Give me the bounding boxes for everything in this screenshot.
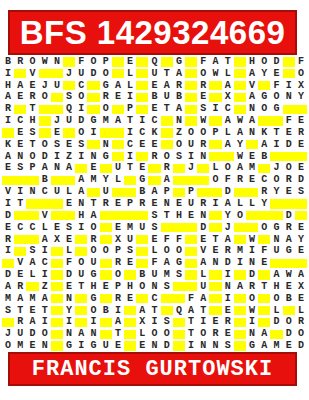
grid-cell — [246, 186, 258, 198]
grid-cell: Y — [258, 68, 270, 80]
grid-cell: I — [87, 316, 99, 328]
grid-cell: N — [51, 163, 63, 175]
grid-cell: V — [246, 80, 258, 92]
grid-cell: A — [209, 56, 221, 68]
blocked-cell-highlight — [185, 282, 197, 291]
grid-cell: E — [209, 316, 221, 328]
grid-cell: D — [161, 340, 173, 352]
blocked-cell-highlight — [100, 330, 112, 339]
grid-cell: X — [51, 234, 63, 246]
grid-cell — [295, 151, 307, 163]
blocked-cell-highlight — [112, 152, 124, 161]
grid-cell: I — [124, 127, 136, 139]
grid-cell — [161, 222, 173, 234]
grid-cell: O — [75, 257, 87, 269]
grid-cell — [63, 80, 75, 92]
grid-cell: P — [26, 163, 38, 175]
grid-cell: O — [26, 56, 38, 68]
grid-cell: H — [26, 115, 38, 127]
grid-cell: I — [63, 316, 75, 328]
grid-cell: E — [2, 163, 14, 175]
grid-cell: K — [2, 139, 14, 151]
grid-cell — [173, 222, 185, 234]
grid-cell: B — [136, 269, 148, 281]
grid-cell: M — [87, 174, 99, 186]
grid-cell: M — [161, 269, 173, 281]
grid-cell: A — [258, 328, 270, 340]
grid-cell: A — [234, 127, 246, 139]
grid-cell: E — [136, 139, 148, 151]
grid-cell: A — [112, 80, 124, 92]
grid-cell: L — [39, 222, 51, 234]
blocked-cell-highlight — [185, 105, 197, 114]
grid-cell: L — [246, 198, 258, 210]
grid-cell — [161, 139, 173, 151]
grid-cell: Q — [148, 56, 160, 68]
blocked-cell-highlight — [124, 188, 136, 197]
blocked-cell-highlight — [51, 282, 63, 291]
grid-cell — [39, 103, 51, 115]
grid-cell: R — [222, 316, 234, 328]
blocked-cell-highlight — [100, 270, 112, 279]
grid-cell: A — [222, 115, 234, 127]
grid-cell: E — [63, 234, 75, 246]
grid-cell: C — [39, 257, 51, 269]
grid-cell: D — [222, 186, 234, 198]
blocked-cell-highlight — [185, 93, 197, 102]
grid-cell — [209, 186, 221, 198]
grid-cell: N — [87, 151, 99, 163]
blocked-cell-highlight — [51, 176, 63, 185]
grid-cell: A — [197, 293, 209, 305]
grid-cell: I — [112, 305, 124, 317]
grid-cell: F — [283, 115, 295, 127]
grid-cell: T — [39, 305, 51, 317]
blocked-cell-highlight — [283, 69, 295, 78]
blocked-cell-highlight — [2, 128, 14, 137]
grid-cell: O — [258, 56, 270, 68]
grid-cell — [124, 186, 136, 198]
grid-cell: O — [283, 316, 295, 328]
grid-cell — [26, 210, 38, 222]
grid-cell: Y — [100, 174, 112, 186]
grid-cell: G — [270, 222, 282, 234]
grid-cell — [197, 163, 209, 175]
grid-cell — [63, 56, 75, 68]
grid-cell: J — [39, 80, 51, 92]
grid-cell: R — [295, 316, 307, 328]
grid-cell: R — [100, 92, 112, 104]
blocked-cell-highlight — [222, 152, 234, 161]
grid-cell: B — [39, 174, 51, 186]
blocked-cell-highlight — [185, 116, 197, 125]
grid-cell — [51, 103, 63, 115]
grid-cell: O — [270, 92, 282, 104]
grid-cell: O — [39, 92, 51, 104]
grid-cell: G — [283, 245, 295, 257]
grid-cell: I — [209, 198, 221, 210]
blocked-cell-highlight — [258, 211, 270, 220]
grid-cell — [283, 198, 295, 210]
grid-cell: L — [295, 305, 307, 317]
grid-cell: R — [148, 151, 160, 163]
grid-cell: E — [26, 80, 38, 92]
blocked-cell-highlight — [295, 199, 307, 208]
grid-cell: E — [124, 56, 136, 68]
grid-cell — [148, 163, 160, 175]
grid-cell: W — [234, 151, 246, 163]
grid-cell — [185, 56, 197, 68]
grid-cell: E — [14, 92, 26, 104]
blocked-cell-highlight — [136, 247, 148, 256]
grid-cell: E — [209, 245, 221, 257]
grid-cell — [161, 127, 173, 139]
grid-cell — [258, 305, 270, 317]
grid-cell: D — [26, 328, 38, 340]
blocked-cell-highlight — [258, 270, 270, 279]
grid-cell: W — [39, 56, 51, 68]
grid-cell: I — [75, 340, 87, 352]
grid-cell — [234, 56, 246, 68]
blocked-cell-highlight — [136, 69, 148, 78]
grid-cell — [124, 316, 136, 328]
grid-cell: D — [295, 340, 307, 352]
blocked-cell-highlight — [234, 57, 246, 66]
grid-cell: O — [258, 222, 270, 234]
grid-cell: E — [26, 340, 38, 352]
blocked-cell-highlight — [14, 69, 26, 78]
grid-cell: L — [270, 305, 282, 317]
grid-cell: D — [283, 139, 295, 151]
grid-cell: A — [185, 305, 197, 317]
grid-cell: V — [39, 210, 51, 222]
grid-cell: Q — [63, 103, 75, 115]
blocked-cell-highlight — [26, 199, 38, 208]
grid-cell: A — [63, 163, 75, 175]
grid-cell: F — [75, 56, 87, 68]
grid-cell: M — [26, 293, 38, 305]
grid-cell: E — [112, 92, 124, 104]
grid-cell: T — [124, 115, 136, 127]
blocked-cell-highlight — [51, 105, 63, 114]
blocked-cell-highlight — [283, 199, 295, 208]
grid-cell — [124, 328, 136, 340]
grid-cell: E — [100, 281, 112, 293]
blocked-cell-highlight — [258, 81, 270, 90]
grid-cell — [185, 281, 197, 293]
grid-cell: C — [148, 115, 160, 127]
blocked-cell-highlight — [63, 81, 75, 90]
grid-cell: N — [148, 340, 160, 352]
blocked-cell-highlight — [51, 69, 63, 78]
grid-cell: A — [258, 340, 270, 352]
blocked-cell-highlight — [173, 318, 185, 327]
grid-cell: E — [295, 293, 307, 305]
grid-cell: N — [14, 151, 26, 163]
grid-cell — [234, 305, 246, 317]
grid-cell — [161, 305, 173, 317]
grid-cell: A — [112, 115, 124, 127]
blocked-cell-highlight — [51, 306, 63, 315]
blocked-cell-highlight — [26, 282, 38, 291]
grid-cell: D — [63, 269, 75, 281]
grid-cell: D — [283, 328, 295, 340]
grid-cell: T — [161, 103, 173, 115]
grid-cell: D — [75, 115, 87, 127]
grid-cell: L — [26, 269, 38, 281]
blocked-cell-highlight — [87, 140, 99, 149]
grid-cell — [270, 198, 282, 210]
grid-cell: A — [246, 92, 258, 104]
grid-cell — [51, 328, 63, 340]
blocked-cell-highlight — [75, 235, 87, 244]
grid-cell: C — [136, 127, 148, 139]
blocked-cell-highlight — [209, 152, 221, 161]
grid-cell: R — [14, 281, 26, 293]
grid-cell: R — [161, 163, 173, 175]
grid-cell — [26, 174, 38, 186]
grid-cell: X — [295, 281, 307, 293]
blocked-cell-highlight — [234, 93, 246, 102]
grid-cell: I — [234, 257, 246, 269]
grid-cell: G — [87, 115, 99, 127]
grid-cell: E — [283, 186, 295, 198]
grid-cell: O — [234, 210, 246, 222]
grid-cell: E — [283, 127, 295, 139]
grid-cell: F — [173, 234, 185, 246]
grid-cell: I — [51, 151, 63, 163]
grid-cell: L — [234, 198, 246, 210]
grid-cell: O — [39, 328, 51, 340]
grid-cell: H — [246, 56, 258, 68]
grid-cell: L — [148, 245, 160, 257]
grid-cell: E — [197, 92, 209, 104]
grid-cell: V — [14, 257, 26, 269]
grid-cell: L — [124, 68, 136, 80]
grid-cell: U — [51, 186, 63, 198]
grid-cell — [51, 281, 63, 293]
grid-cell: T — [14, 198, 26, 210]
grid-cell: P — [124, 198, 136, 210]
grid-cell: F — [197, 56, 209, 68]
grid-cell: D — [295, 174, 307, 186]
grid-cell: U — [270, 245, 282, 257]
grid-cell: X — [222, 92, 234, 104]
blocked-cell-highlight — [136, 93, 148, 102]
grid-cell: V — [197, 245, 209, 257]
grid-cell: Y — [63, 305, 75, 317]
grid-cell: L — [136, 328, 148, 340]
grid-cell — [136, 56, 148, 68]
grid-cell: R — [283, 174, 295, 186]
blocked-cell-highlight — [51, 318, 63, 327]
grid-cell: E — [63, 281, 75, 293]
blocked-cell-highlight — [173, 294, 185, 303]
blocked-cell-highlight — [246, 223, 258, 232]
grid-cell: U — [112, 163, 124, 175]
grid-cell — [197, 186, 209, 198]
grid-cell — [209, 269, 221, 281]
blocked-cell-highlight — [270, 116, 282, 125]
grid-cell: T — [185, 328, 197, 340]
grid-cell: A — [112, 316, 124, 328]
grid-cell: S — [26, 127, 38, 139]
grid-cell: O — [87, 56, 99, 68]
blocked-cell-highlight — [258, 306, 270, 315]
grid-cell: T — [270, 127, 282, 139]
grid-cell: A — [39, 163, 51, 175]
grid-cell: A — [295, 269, 307, 281]
grid-cell: N — [100, 139, 112, 151]
grid-cell — [295, 103, 307, 115]
blocked-cell-highlight — [209, 294, 221, 303]
grid-cell: T — [209, 234, 221, 246]
blocked-cell-highlight — [258, 164, 270, 173]
grid-cell: E — [2, 222, 14, 234]
blocked-cell-highlight — [63, 176, 75, 185]
grid-cell: D — [222, 257, 234, 269]
grid-cell: E — [173, 198, 185, 210]
grid-cell: O — [161, 151, 173, 163]
grid-cell: S — [75, 139, 87, 151]
grid-cell: E — [63, 198, 75, 210]
grid-cell — [112, 127, 124, 139]
blocked-cell-highlight — [197, 188, 209, 197]
blocked-cell-highlight — [173, 176, 185, 185]
grid-cell: X — [112, 234, 124, 246]
grid-cell — [51, 210, 63, 222]
grid-cell — [112, 56, 124, 68]
blocked-cell-highlight — [136, 81, 148, 90]
grid-cell: O — [87, 222, 99, 234]
blocked-cell-highlight — [234, 105, 246, 114]
grid-cell — [100, 222, 112, 234]
grid-cell: A — [75, 328, 87, 340]
grid-cell: A — [173, 103, 185, 115]
grid-cell: E — [51, 222, 63, 234]
grid-cell: Z — [63, 151, 75, 163]
blocked-cell-highlight — [234, 341, 246, 350]
blocked-cell-highlight — [173, 188, 185, 197]
grid-cell: B — [258, 151, 270, 163]
grid-cell: R — [2, 103, 14, 115]
blocked-cell-highlight — [295, 105, 307, 114]
grid-cell — [51, 269, 63, 281]
grid-cell: I — [185, 340, 197, 352]
grid-cell: B — [283, 293, 295, 305]
blocked-cell-highlight — [51, 330, 63, 339]
title-banner: BFS 1429324669 — [8, 10, 297, 55]
grid-cell — [209, 305, 221, 317]
grid-cell: C — [14, 222, 26, 234]
grid-cell: O — [112, 269, 124, 281]
blocked-cell-highlight — [39, 199, 51, 208]
grid-cell: F — [295, 56, 307, 68]
blocked-cell-highlight — [2, 259, 14, 268]
grid-cell — [161, 115, 173, 127]
grid-cell — [185, 80, 197, 92]
grid-cell: I — [87, 127, 99, 139]
grid-cell: J — [51, 115, 63, 127]
blocked-cell-highlight — [112, 188, 124, 197]
grid-cell: T — [197, 305, 209, 317]
grid-cell: R — [209, 328, 221, 340]
grid-cell: F — [270, 80, 282, 92]
blocked-cell-highlight — [14, 176, 26, 185]
grid-cell: E — [124, 293, 136, 305]
blocked-cell-highlight — [173, 223, 185, 232]
grid-cell — [185, 234, 197, 246]
blocked-cell-highlight — [209, 211, 221, 220]
grid-cell: L — [197, 269, 209, 281]
blocked-cell-highlight — [100, 294, 112, 303]
grid-cell: A — [75, 174, 87, 186]
grid-cell — [14, 245, 26, 257]
grid-cell: O — [283, 163, 295, 175]
grid-cell: M — [14, 340, 26, 352]
grid-cell: N — [63, 293, 75, 305]
book-cover: BFS 1429324669 BROWNFOPEQGFATHODFIVJUDOL… — [0, 0, 309, 400]
grid-cell — [209, 139, 221, 151]
blocked-cell-highlight — [161, 128, 173, 137]
grid-cell: O — [295, 328, 307, 340]
grid-cell: N — [75, 198, 87, 210]
grid-cell: T — [148, 305, 160, 317]
grid-cell: O — [197, 127, 209, 139]
grid-cell — [136, 210, 148, 222]
grid-cell: S — [124, 245, 136, 257]
grid-cell — [112, 186, 124, 198]
grid-cell: T — [124, 163, 136, 175]
grid-cell — [234, 92, 246, 104]
grid-cell: N — [197, 340, 209, 352]
grid-cell — [209, 115, 221, 127]
grid-cell: U — [148, 68, 160, 80]
grid-cell: T — [185, 316, 197, 328]
grid-cell: O — [222, 163, 234, 175]
grid-cell: U — [63, 115, 75, 127]
grid-cell: X — [295, 80, 307, 92]
grid-cell: F — [63, 257, 75, 269]
grid-cell: A — [2, 151, 14, 163]
blocked-cell-highlight — [173, 330, 185, 339]
grid-cell: S — [14, 163, 26, 175]
grid-cell: E — [63, 139, 75, 151]
grid-cell: P — [124, 103, 136, 115]
grid-cell — [270, 328, 282, 340]
grid-cell: E — [283, 281, 295, 293]
grid-cell: B — [173, 92, 185, 104]
grid-cell — [270, 115, 282, 127]
grid-cell — [209, 151, 221, 163]
grid-cell: O — [148, 328, 160, 340]
grid-cell — [234, 186, 246, 198]
grid-cell — [124, 210, 136, 222]
grid-cell: U — [197, 281, 209, 293]
grid-cell: D — [39, 151, 51, 163]
blocked-cell-highlight — [283, 105, 295, 114]
grid-cell — [185, 174, 197, 186]
grid-cell — [14, 68, 26, 80]
blocked-cell-highlight — [270, 152, 282, 161]
grid-cell: Y — [222, 210, 234, 222]
blocked-cell-highlight — [112, 57, 124, 66]
grid-cell — [173, 328, 185, 340]
blocked-cell-highlight — [136, 105, 148, 114]
grid-cell: O — [173, 139, 185, 151]
blocked-cell-highlight — [209, 282, 221, 291]
grid-cell — [51, 305, 63, 317]
